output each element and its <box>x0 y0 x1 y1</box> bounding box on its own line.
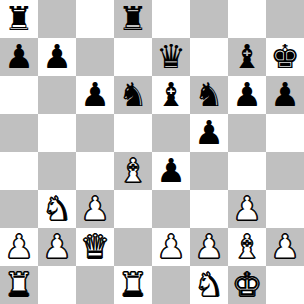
square-f5[interactable]: ♟ <box>190 114 228 152</box>
black-queen[interactable]: ♛ <box>156 38 186 76</box>
square-c1[interactable] <box>76 266 114 304</box>
white-pawn[interactable]: ♟ <box>4 228 34 266</box>
white-bishop[interactable]: ♝ <box>232 228 262 266</box>
square-g6[interactable]: ♟ <box>228 76 266 114</box>
black-pawn[interactable]: ♟ <box>80 76 110 114</box>
white-knight[interactable]: ♞ <box>194 266 224 304</box>
white-pawn[interactable]: ♟ <box>270 228 300 266</box>
square-e5[interactable] <box>152 114 190 152</box>
square-a2[interactable]: ♟ <box>0 228 38 266</box>
square-h6[interactable]: ♟ <box>266 76 304 114</box>
square-f3[interactable] <box>190 190 228 228</box>
square-d2[interactable] <box>114 228 152 266</box>
black-pawn[interactable]: ♟ <box>232 76 262 114</box>
square-g7[interactable]: ♝ <box>228 38 266 76</box>
square-a3[interactable] <box>0 190 38 228</box>
white-pawn[interactable]: ♟ <box>194 228 224 266</box>
black-pawn[interactable]: ♟ <box>156 152 186 190</box>
square-a1[interactable]: ♜ <box>0 266 38 304</box>
square-h7[interactable]: ♚ <box>266 38 304 76</box>
square-b8[interactable] <box>38 0 76 38</box>
square-b2[interactable]: ♟ <box>38 228 76 266</box>
square-e4[interactable]: ♟ <box>152 152 190 190</box>
square-h3[interactable] <box>266 190 304 228</box>
square-f7[interactable] <box>190 38 228 76</box>
white-pawn[interactable]: ♟ <box>42 228 72 266</box>
square-h1[interactable] <box>266 266 304 304</box>
square-c7[interactable] <box>76 38 114 76</box>
white-pawn[interactable]: ♟ <box>80 190 110 228</box>
square-e2[interactable]: ♟ <box>152 228 190 266</box>
square-d4[interactable]: ♝ <box>114 152 152 190</box>
chess-board: ♜♜♟♟♛♝♚♟♞♝♞♟♟♟♝♟♞♟♟♟♟♛♟♟♝♟♜♜♞♚ <box>0 0 304 304</box>
square-d5[interactable] <box>114 114 152 152</box>
white-king[interactable]: ♚ <box>232 266 262 304</box>
black-pawn[interactable]: ♟ <box>4 38 34 76</box>
square-c4[interactable] <box>76 152 114 190</box>
black-knight[interactable]: ♞ <box>194 76 224 114</box>
black-knight[interactable]: ♞ <box>118 76 148 114</box>
square-f8[interactable] <box>190 0 228 38</box>
square-a4[interactable] <box>0 152 38 190</box>
square-f2[interactable]: ♟ <box>190 228 228 266</box>
square-h4[interactable] <box>266 152 304 190</box>
square-e7[interactable]: ♛ <box>152 38 190 76</box>
square-b4[interactable] <box>38 152 76 190</box>
black-pawn[interactable]: ♟ <box>42 38 72 76</box>
square-a7[interactable]: ♟ <box>0 38 38 76</box>
black-rook[interactable]: ♜ <box>4 0 34 38</box>
square-d6[interactable]: ♞ <box>114 76 152 114</box>
square-e1[interactable] <box>152 266 190 304</box>
square-e8[interactable] <box>152 0 190 38</box>
white-queen[interactable]: ♛ <box>80 228 110 266</box>
square-b3[interactable]: ♞ <box>38 190 76 228</box>
white-pawn[interactable]: ♟ <box>156 228 186 266</box>
square-a8[interactable]: ♜ <box>0 0 38 38</box>
square-b1[interactable] <box>38 266 76 304</box>
square-d1[interactable]: ♜ <box>114 266 152 304</box>
square-g8[interactable] <box>228 0 266 38</box>
black-king[interactable]: ♚ <box>270 38 300 76</box>
square-e6[interactable]: ♝ <box>152 76 190 114</box>
square-f6[interactable]: ♞ <box>190 76 228 114</box>
square-c6[interactable]: ♟ <box>76 76 114 114</box>
square-e3[interactable] <box>152 190 190 228</box>
square-a6[interactable] <box>0 76 38 114</box>
square-g4[interactable] <box>228 152 266 190</box>
square-c3[interactable]: ♟ <box>76 190 114 228</box>
black-rook[interactable]: ♜ <box>118 0 148 38</box>
square-g5[interactable] <box>228 114 266 152</box>
square-f4[interactable] <box>190 152 228 190</box>
black-pawn[interactable]: ♟ <box>270 76 300 114</box>
square-f1[interactable]: ♞ <box>190 266 228 304</box>
white-rook[interactable]: ♜ <box>4 266 34 304</box>
square-d7[interactable] <box>114 38 152 76</box>
white-pawn[interactable]: ♟ <box>232 190 262 228</box>
white-knight[interactable]: ♞ <box>42 190 72 228</box>
square-h2[interactable]: ♟ <box>266 228 304 266</box>
square-b5[interactable] <box>38 114 76 152</box>
square-b6[interactable] <box>38 76 76 114</box>
square-c2[interactable]: ♛ <box>76 228 114 266</box>
square-h5[interactable] <box>266 114 304 152</box>
square-c5[interactable] <box>76 114 114 152</box>
black-bishop[interactable]: ♝ <box>232 38 262 76</box>
white-bishop[interactable]: ♝ <box>118 152 148 190</box>
square-g1[interactable]: ♚ <box>228 266 266 304</box>
square-g3[interactable]: ♟ <box>228 190 266 228</box>
square-d8[interactable]: ♜ <box>114 0 152 38</box>
black-bishop[interactable]: ♝ <box>156 76 186 114</box>
white-rook[interactable]: ♜ <box>118 266 148 304</box>
square-h8[interactable] <box>266 0 304 38</box>
black-pawn[interactable]: ♟ <box>194 114 224 152</box>
square-d3[interactable] <box>114 190 152 228</box>
square-b7[interactable]: ♟ <box>38 38 76 76</box>
square-c8[interactable] <box>76 0 114 38</box>
square-a5[interactable] <box>0 114 38 152</box>
square-g2[interactable]: ♝ <box>228 228 266 266</box>
